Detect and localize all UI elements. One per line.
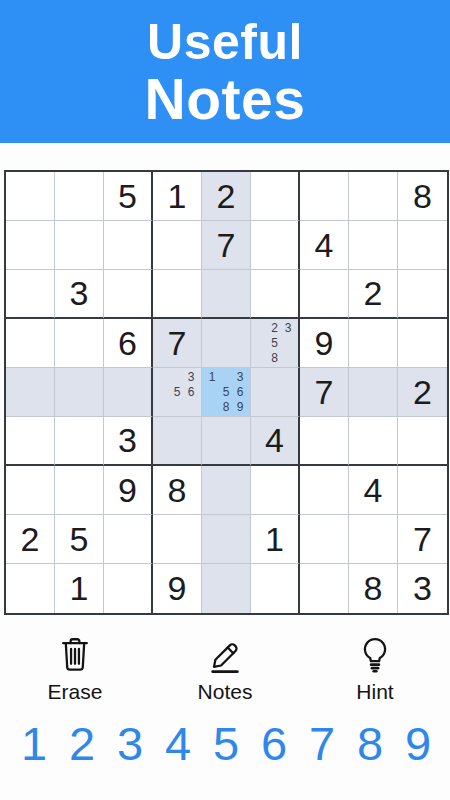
cell-r3c4[interactable] bbox=[153, 270, 202, 319]
cell-r3c2[interactable]: 3 bbox=[55, 270, 104, 319]
numpad-6[interactable]: 6 bbox=[252, 716, 296, 772]
toolbar: Erase Notes Hint bbox=[0, 633, 450, 704]
cell-value: 5 bbox=[118, 177, 137, 216]
cell-r7c8[interactable]: 4 bbox=[349, 466, 398, 515]
cell-value: 5 bbox=[70, 520, 89, 559]
cell-r6c4[interactable] bbox=[153, 417, 202, 466]
numpad-7[interactable]: 7 bbox=[300, 716, 344, 772]
notes-button[interactable]: Notes bbox=[150, 633, 300, 704]
cell-value: 2 bbox=[21, 520, 40, 559]
cell-r9c7[interactable] bbox=[300, 564, 349, 613]
cell-r6c7[interactable] bbox=[300, 417, 349, 466]
cell-value: 7 bbox=[217, 226, 236, 265]
erase-label: Erase bbox=[48, 680, 103, 704]
cell-r4c3[interactable]: 6 bbox=[104, 319, 153, 368]
cell-r1c1[interactable] bbox=[6, 172, 55, 221]
cell-r4c2[interactable] bbox=[55, 319, 104, 368]
cell-r1c9[interactable]: 8 bbox=[398, 172, 447, 221]
cell-r9c5[interactable] bbox=[202, 564, 251, 613]
cell-value: 3 bbox=[118, 421, 137, 460]
cell-r7c1[interactable] bbox=[6, 466, 55, 515]
pencil-icon bbox=[204, 633, 246, 677]
cell-r8c1[interactable]: 2 bbox=[6, 515, 55, 564]
cell-r2c9[interactable] bbox=[398, 221, 447, 270]
cell-r3c8[interactable]: 2 bbox=[349, 270, 398, 319]
cell-r5c4[interactable]: 356 bbox=[153, 368, 202, 417]
cell-r8c6[interactable]: 1 bbox=[251, 515, 300, 564]
cell-value: 9 bbox=[168, 569, 187, 608]
cell-r6c8[interactable] bbox=[349, 417, 398, 466]
cell-r3c9[interactable] bbox=[398, 270, 447, 319]
cell-notes: 135689 bbox=[202, 368, 250, 416]
cell-r4c5[interactable] bbox=[202, 319, 251, 368]
numpad-9[interactable]: 9 bbox=[396, 716, 440, 772]
cell-r8c5[interactable] bbox=[202, 515, 251, 564]
cell-r7c3[interactable]: 9 bbox=[104, 466, 153, 515]
cell-value: 1 bbox=[168, 177, 187, 216]
cell-r2c1[interactable] bbox=[6, 221, 55, 270]
cell-value: 1 bbox=[265, 520, 284, 559]
header-title-line2: Notes bbox=[145, 69, 306, 129]
cell-r6c1[interactable] bbox=[6, 417, 55, 466]
cell-r7c6[interactable] bbox=[251, 466, 300, 515]
cell-r4c9[interactable] bbox=[398, 319, 447, 368]
cell-r8c4[interactable] bbox=[153, 515, 202, 564]
cell-r3c3[interactable] bbox=[104, 270, 153, 319]
cell-value: 2 bbox=[364, 274, 383, 313]
cell-r4c8[interactable] bbox=[349, 319, 398, 368]
cell-r2c4[interactable] bbox=[153, 221, 202, 270]
bulb-icon bbox=[354, 633, 396, 677]
cell-r8c2[interactable]: 5 bbox=[55, 515, 104, 564]
cell-r5c7[interactable]: 7 bbox=[300, 368, 349, 417]
cell-r6c3[interactable]: 3 bbox=[104, 417, 153, 466]
cell-r6c6[interactable]: 4 bbox=[251, 417, 300, 466]
cell-r9c8[interactable]: 8 bbox=[349, 564, 398, 613]
cell-r4c4[interactable]: 7 bbox=[153, 319, 202, 368]
cell-value: 9 bbox=[118, 471, 137, 510]
cell-r9c9[interactable]: 3 bbox=[398, 564, 447, 613]
cell-r2c2[interactable] bbox=[55, 221, 104, 270]
cell-r6c9[interactable] bbox=[398, 417, 447, 466]
cell-value: 8 bbox=[168, 471, 187, 510]
cell-r9c1[interactable] bbox=[6, 564, 55, 613]
cell-value: 4 bbox=[364, 471, 383, 510]
numpad-8[interactable]: 8 bbox=[348, 716, 392, 772]
cell-r4c6[interactable]: 2358 bbox=[251, 319, 300, 368]
cell-value: 3 bbox=[413, 569, 432, 608]
hint-button[interactable]: Hint bbox=[300, 633, 450, 704]
cell-r7c5[interactable] bbox=[202, 466, 251, 515]
cell-notes: 2358 bbox=[251, 319, 298, 367]
cell-r8c9[interactable]: 7 bbox=[398, 515, 447, 564]
numpad-3[interactable]: 3 bbox=[108, 716, 152, 772]
cell-r1c6[interactable] bbox=[251, 172, 300, 221]
cell-r7c7[interactable] bbox=[300, 466, 349, 515]
cell-r9c2[interactable]: 1 bbox=[55, 564, 104, 613]
cell-r3c7[interactable] bbox=[300, 270, 349, 319]
cell-r9c6[interactable] bbox=[251, 564, 300, 613]
cell-r5c2[interactable] bbox=[55, 368, 104, 417]
cell-r7c2[interactable] bbox=[55, 466, 104, 515]
cell-value: 7 bbox=[413, 520, 432, 559]
numpad-5[interactable]: 5 bbox=[204, 716, 248, 772]
cell-r7c4[interactable]: 8 bbox=[153, 466, 202, 515]
cell-r9c3[interactable] bbox=[104, 564, 153, 613]
cell-value: 7 bbox=[315, 373, 334, 412]
numpad-4[interactable]: 4 bbox=[156, 716, 200, 772]
cell-notes: 356 bbox=[153, 368, 201, 416]
cell-value: 8 bbox=[364, 569, 383, 608]
hint-label: Hint bbox=[356, 680, 393, 704]
cell-r8c7[interactable] bbox=[300, 515, 349, 564]
cell-r1c4[interactable]: 1 bbox=[153, 172, 202, 221]
cell-value: 6 bbox=[118, 324, 137, 363]
cell-value: 2 bbox=[217, 177, 236, 216]
cell-r6c5[interactable] bbox=[202, 417, 251, 466]
trash-icon bbox=[54, 633, 96, 677]
cell-r6c2[interactable] bbox=[55, 417, 104, 466]
cell-r5c1[interactable] bbox=[6, 368, 55, 417]
erase-button[interactable]: Erase bbox=[0, 633, 150, 704]
cell-r8c3[interactable] bbox=[104, 515, 153, 564]
cell-r1c8[interactable] bbox=[349, 172, 398, 221]
cell-r5c6[interactable] bbox=[251, 368, 300, 417]
cell-r4c7[interactable]: 9 bbox=[300, 319, 349, 368]
cell-value: 1 bbox=[70, 569, 89, 608]
cell-value: 7 bbox=[168, 324, 187, 363]
cell-r2c3[interactable] bbox=[104, 221, 153, 270]
cell-r4c1[interactable] bbox=[6, 319, 55, 368]
cell-r1c2[interactable] bbox=[55, 172, 104, 221]
cell-r3c6[interactable] bbox=[251, 270, 300, 319]
cell-r1c5[interactable]: 2 bbox=[202, 172, 251, 221]
cell-r5c9[interactable]: 2 bbox=[398, 368, 447, 417]
cell-r1c7[interactable] bbox=[300, 172, 349, 221]
cell-value: 4 bbox=[315, 226, 334, 265]
cell-r8c8[interactable] bbox=[349, 515, 398, 564]
sudoku-board: 512874326723589356135689723498425171983 bbox=[4, 170, 449, 615]
cell-value: 2 bbox=[413, 373, 432, 412]
cell-r3c1[interactable] bbox=[6, 270, 55, 319]
cell-r2c6[interactable] bbox=[251, 221, 300, 270]
cell-r2c8[interactable] bbox=[349, 221, 398, 270]
cell-value: 3 bbox=[70, 274, 89, 313]
numpad: 123456789 bbox=[0, 716, 450, 772]
cell-value: 9 bbox=[315, 324, 334, 363]
numpad-2[interactable]: 2 bbox=[60, 716, 104, 772]
cell-r2c7[interactable]: 4 bbox=[300, 221, 349, 270]
cell-r9c4[interactable]: 9 bbox=[153, 564, 202, 613]
numpad-1[interactable]: 1 bbox=[12, 716, 56, 772]
cell-r5c3[interactable] bbox=[104, 368, 153, 417]
cell-r1c3[interactable]: 5 bbox=[104, 172, 153, 221]
header-banner: Useful Notes bbox=[0, 0, 450, 143]
cell-r5c5[interactable]: 135689 bbox=[202, 368, 251, 417]
cell-r2c5[interactable]: 7 bbox=[202, 221, 251, 270]
notes-label: Notes bbox=[198, 680, 253, 704]
header-title-line1: Useful bbox=[147, 15, 303, 69]
cell-r7c9[interactable] bbox=[398, 466, 447, 515]
cell-r3c5[interactable] bbox=[202, 270, 251, 319]
cell-r5c8[interactable] bbox=[349, 368, 398, 417]
cell-value: 8 bbox=[413, 177, 432, 216]
cell-value: 4 bbox=[265, 421, 284, 460]
